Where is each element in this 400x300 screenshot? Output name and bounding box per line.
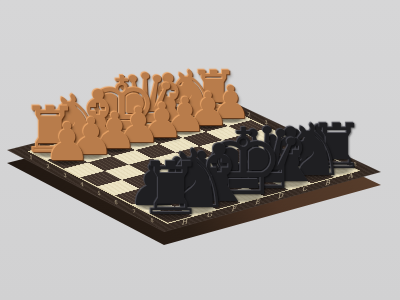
chess-scene: AABBCCDDEEFFGGHH1122334455667788♜♞♝♛♚♝♞♜…	[0, 0, 400, 300]
chess-board	[7, 96, 381, 232]
board-grid	[27, 103, 360, 224]
